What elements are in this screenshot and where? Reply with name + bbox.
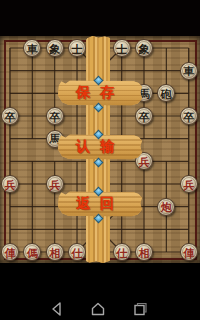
piece-glyph: 相 bbox=[139, 247, 150, 258]
nav-recents-icon[interactable] bbox=[132, 301, 148, 317]
piece-glyph: 車 bbox=[27, 43, 38, 54]
piece-red-俥[interactable]: 俥 bbox=[180, 243, 198, 261]
piece-red-兵[interactable]: 兵 bbox=[1, 175, 19, 193]
piece-glyph: 象 bbox=[49, 43, 60, 54]
piece-black-卒[interactable]: 卒 bbox=[180, 107, 198, 125]
app-screen: 車象士將士象車馬砲卒卒卒卒卒馬兵兵兵兵兵炮俥傌相仕帥仕相俥 保存 认输 返回 bbox=[0, 0, 200, 320]
piece-glyph: 兵 bbox=[139, 156, 150, 167]
top-black-strip bbox=[0, 0, 200, 36]
piece-glyph: 仕 bbox=[72, 247, 83, 258]
piece-glyph: 卒 bbox=[183, 111, 194, 122]
piece-black-象[interactable]: 象 bbox=[135, 39, 153, 57]
piece-glyph: 兵 bbox=[183, 179, 194, 190]
save-button-label: 保存 bbox=[66, 84, 124, 102]
return-button-label: 返回 bbox=[66, 195, 124, 213]
piece-black-象[interactable]: 象 bbox=[46, 39, 64, 57]
piece-red-相[interactable]: 相 bbox=[135, 243, 153, 261]
piece-glyph: 車 bbox=[183, 66, 194, 77]
piece-red-仕[interactable]: 仕 bbox=[68, 243, 86, 261]
piece-red-兵[interactable]: 兵 bbox=[46, 175, 64, 193]
android-nav-bar bbox=[0, 263, 200, 320]
piece-black-車[interactable]: 車 bbox=[180, 62, 198, 80]
piece-glyph: 俥 bbox=[183, 247, 194, 258]
piece-glyph: 炮 bbox=[161, 202, 172, 213]
piece-red-炮[interactable]: 炮 bbox=[157, 198, 175, 216]
piece-glyph: 兵 bbox=[49, 179, 60, 190]
piece-red-相[interactable]: 相 bbox=[46, 243, 64, 261]
piece-black-卒[interactable]: 卒 bbox=[46, 107, 64, 125]
piece-glyph: 馬 bbox=[49, 134, 60, 145]
piece-red-俥[interactable]: 俥 bbox=[1, 243, 19, 261]
piece-black-卒[interactable]: 卒 bbox=[135, 107, 153, 125]
resign-button-label: 认输 bbox=[66, 138, 124, 156]
piece-glyph: 卒 bbox=[49, 111, 60, 122]
piece-red-兵[interactable]: 兵 bbox=[180, 175, 198, 193]
piece-red-仕[interactable]: 仕 bbox=[113, 243, 131, 261]
piece-glyph: 卒 bbox=[5, 111, 16, 122]
piece-glyph: 象 bbox=[139, 43, 150, 54]
nav-back-icon[interactable] bbox=[49, 301, 65, 317]
piece-black-士[interactable]: 士 bbox=[68, 39, 86, 57]
piece-glyph: 卒 bbox=[139, 111, 150, 122]
piece-glyph: 砲 bbox=[161, 88, 172, 99]
nav-home-icon[interactable] bbox=[90, 301, 106, 317]
piece-glyph: 仕 bbox=[116, 247, 127, 258]
piece-glyph: 士 bbox=[72, 43, 83, 54]
piece-glyph: 兵 bbox=[5, 179, 16, 190]
piece-glyph: 傌 bbox=[27, 247, 38, 258]
piece-black-卒[interactable]: 卒 bbox=[1, 107, 19, 125]
piece-glyph: 相 bbox=[49, 247, 60, 258]
piece-glyph: 俥 bbox=[5, 247, 16, 258]
piece-glyph: 士 bbox=[116, 43, 127, 54]
piece-black-士[interactable]: 士 bbox=[113, 39, 131, 57]
